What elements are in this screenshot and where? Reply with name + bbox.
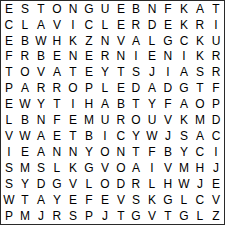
grid-cell[interactable]: M	[17, 208, 32, 224]
grid-cell[interactable]: G	[177, 208, 192, 224]
grid-cell[interactable]: E	[113, 1, 128, 17]
grid-cell[interactable]: T	[113, 208, 128, 224]
grid-cell[interactable]: L	[145, 176, 160, 192]
grid-cell[interactable]: F	[208, 81, 223, 97]
grid-cell[interactable]: A	[33, 192, 48, 208]
grid-cell[interactable]: R	[113, 113, 128, 129]
grid-cell[interactable]: S	[192, 65, 207, 81]
grid-cell[interactable]: V	[161, 160, 176, 176]
grid-cell[interactable]: J	[192, 176, 207, 192]
grid-cell[interactable]: N	[113, 144, 128, 160]
grid-cell[interactable]: O	[97, 144, 112, 160]
grid-cell[interactable]: M	[17, 160, 32, 176]
grid-cell[interactable]: Y	[33, 97, 48, 113]
grid-cell[interactable]: L	[145, 33, 160, 49]
grid-cell[interactable]: L	[81, 176, 96, 192]
grid-cell[interactable]: Z	[81, 33, 96, 49]
grid-cell[interactable]: J	[208, 160, 223, 176]
grid-cell[interactable]: F	[81, 192, 96, 208]
grid-cell[interactable]: W	[177, 176, 192, 192]
grid-cell[interactable]: W	[145, 128, 160, 144]
grid-cell[interactable]: B	[17, 33, 32, 49]
grid-cell[interactable]: K	[192, 49, 207, 65]
grid-cell[interactable]: K	[65, 160, 80, 176]
grid-cell[interactable]: M	[192, 113, 207, 129]
grid-cell[interactable]: V	[208, 192, 223, 208]
grid-cell[interactable]: W	[1, 192, 16, 208]
grid-cell[interactable]: G	[49, 176, 64, 192]
grid-cell[interactable]: E	[65, 192, 80, 208]
grid-cell[interactable]: L	[97, 17, 112, 33]
grid-cell[interactable]: W	[17, 128, 32, 144]
grid-cell[interactable]: A	[177, 65, 192, 81]
grid-cell[interactable]: N	[161, 49, 176, 65]
grid-cell[interactable]: N	[113, 49, 128, 65]
grid-cell[interactable]: T	[129, 144, 144, 160]
grid-cell[interactable]: U	[97, 113, 112, 129]
grid-cell[interactable]: U	[145, 113, 160, 129]
grid-cell[interactable]: R	[97, 49, 112, 65]
grid-cell[interactable]: R	[208, 49, 223, 65]
grid-cell[interactable]: J	[33, 208, 48, 224]
grid-cell[interactable]: A	[33, 128, 48, 144]
grid-cell[interactable]: T	[113, 65, 128, 81]
grid-cell[interactable]: L	[17, 17, 32, 33]
grid-cell[interactable]: P	[1, 81, 16, 97]
grid-cell[interactable]: C	[113, 128, 128, 144]
grid-cell[interactable]: T	[65, 128, 80, 144]
grid-cell[interactable]: P	[81, 208, 96, 224]
grid-cell[interactable]: P	[81, 81, 96, 97]
grid-cell[interactable]: S	[129, 192, 144, 208]
grid-cell[interactable]: U	[208, 33, 223, 49]
grid-cell[interactable]: E	[81, 65, 96, 81]
grid-cell[interactable]: N	[65, 1, 80, 17]
grid-cell[interactable]: S	[1, 176, 16, 192]
grid-cell[interactable]: C	[177, 33, 192, 49]
grid-cell[interactable]: T	[49, 97, 64, 113]
grid-cell[interactable]: A	[145, 81, 160, 97]
grid-cell[interactable]: E	[113, 17, 128, 33]
grid-cell[interactable]: B	[113, 97, 128, 113]
grid-cell[interactable]: E	[65, 113, 80, 129]
grid-cell[interactable]: O	[97, 176, 112, 192]
grid-cell[interactable]: C	[192, 192, 207, 208]
grid-cell[interactable]: E	[208, 176, 223, 192]
grid-cell[interactable]: O	[49, 1, 64, 17]
grid-cell[interactable]: R	[129, 17, 144, 33]
grid-cell[interactable]: E	[1, 1, 16, 17]
grid-cell[interactable]: G	[161, 192, 176, 208]
grid-cell[interactable]: L	[1, 113, 16, 129]
grid-cell[interactable]: S	[177, 128, 192, 144]
grid-cell[interactable]: G	[81, 1, 96, 17]
grid-cell[interactable]: I	[129, 49, 144, 65]
grid-cell[interactable]: K	[192, 33, 207, 49]
grid-cell[interactable]: S	[33, 160, 48, 176]
grid-cell[interactable]: B	[17, 113, 32, 129]
grid-cell[interactable]: E	[97, 192, 112, 208]
grid-cell[interactable]: T	[17, 192, 32, 208]
grid-cell[interactable]: D	[129, 81, 144, 97]
grid-cell[interactable]: C	[208, 128, 223, 144]
grid-cell[interactable]: R	[33, 81, 48, 97]
grid-cell[interactable]: F	[145, 144, 160, 160]
grid-cell[interactable]: A	[33, 144, 48, 160]
grid-cell[interactable]: E	[49, 128, 64, 144]
grid-cell[interactable]: O	[17, 65, 32, 81]
grid-cell[interactable]: I	[177, 49, 192, 65]
grid-cell[interactable]: E	[161, 17, 176, 33]
grid-cell[interactable]: Y	[49, 192, 64, 208]
grid-cell[interactable]: V	[113, 192, 128, 208]
grid-cell[interactable]: E	[81, 49, 96, 65]
grid-cell[interactable]: J	[97, 208, 112, 224]
grid-cell[interactable]: V	[49, 17, 64, 33]
grid-cell[interactable]: B	[161, 144, 176, 160]
grid-cell[interactable]: S	[1, 160, 16, 176]
grid-cell[interactable]: V	[161, 113, 176, 129]
grid-cell[interactable]: L	[49, 160, 64, 176]
grid-cell[interactable]: K	[145, 192, 160, 208]
grid-cell[interactable]: L	[192, 208, 207, 224]
grid-cell[interactable]: A	[49, 65, 64, 81]
grid-cell[interactable]: P	[1, 208, 16, 224]
grid-cell[interactable]: I	[161, 65, 176, 81]
grid-cell[interactable]: O	[192, 97, 207, 113]
grid-cell[interactable]: H	[49, 33, 64, 49]
grid-cell[interactable]: D	[145, 17, 160, 33]
grid-cell[interactable]: R	[129, 176, 144, 192]
grid-cell[interactable]: T	[161, 208, 176, 224]
grid-cell[interactable]: E	[145, 49, 160, 65]
grid-cell[interactable]: V	[1, 128, 16, 144]
grid-cell[interactable]: T	[1, 65, 16, 81]
grid-cell[interactable]: Y	[129, 128, 144, 144]
grid-cell[interactable]: Y	[17, 176, 32, 192]
grid-cell[interactable]: W	[17, 97, 32, 113]
grid-cell[interactable]: G	[129, 208, 144, 224]
grid-cell[interactable]: A	[192, 128, 207, 144]
grid-cell[interactable]: C	[1, 17, 16, 33]
grid-cell[interactable]: C	[81, 17, 96, 33]
grid-cell[interactable]: J	[145, 65, 160, 81]
grid-cell[interactable]: P	[208, 97, 223, 113]
grid-cell[interactable]: R	[192, 17, 207, 33]
grid-cell[interactable]: L	[177, 192, 192, 208]
grid-cell[interactable]: Y	[177, 144, 192, 160]
grid-cell[interactable]: V	[65, 176, 80, 192]
grid-cell[interactable]: R	[49, 81, 64, 97]
grid-cell[interactable]: D	[208, 113, 223, 129]
grid-cell[interactable]: D	[33, 176, 48, 192]
grid-cell[interactable]: I	[1, 144, 16, 160]
grid-cell[interactable]: N	[65, 49, 80, 65]
grid-cell[interactable]: T	[129, 97, 144, 113]
word-search-board: ESTONGUEBNFKATCLAVICLERDEKRIEBWHKZNVALGC…	[0, 0, 225, 225]
grid-cell[interactable]: Y	[97, 65, 112, 81]
grid-cell[interactable]: U	[97, 1, 112, 17]
grid-cell[interactable]: M	[177, 160, 192, 176]
grid-cell[interactable]: N	[65, 144, 80, 160]
grid-cell[interactable]: V	[97, 160, 112, 176]
grid-cell[interactable]: I	[208, 144, 223, 160]
grid-cell[interactable]: A	[97, 97, 112, 113]
grid-cell[interactable]: M	[81, 113, 96, 129]
grid-cell[interactable]: I	[65, 17, 80, 33]
grid-cell[interactable]: N	[97, 33, 112, 49]
grid-cell[interactable]: G	[81, 160, 96, 176]
grid-cell[interactable]: T	[208, 1, 223, 17]
grid-cell[interactable]: I	[65, 97, 80, 113]
grid-cell[interactable]: S	[65, 208, 80, 224]
grid-cell[interactable]: F	[1, 49, 16, 65]
grid-cell[interactable]: T	[192, 81, 207, 97]
grid-cell[interactable]: A	[129, 33, 144, 49]
grid-cell[interactable]: K	[177, 1, 192, 17]
grid-cell[interactable]: C	[192, 144, 207, 160]
grid-cell[interactable]: A	[17, 81, 32, 97]
grid-cell[interactable]: K	[65, 33, 80, 49]
grid-cell[interactable]: N	[145, 1, 160, 17]
grid-cell[interactable]: D	[161, 81, 176, 97]
grid-cell[interactable]: N	[49, 144, 64, 160]
grid-cell[interactable]: B	[81, 128, 96, 144]
grid-cell[interactable]: K	[177, 17, 192, 33]
grid-cell[interactable]: O	[129, 113, 144, 129]
grid-cell[interactable]: E	[1, 33, 16, 49]
grid-cell[interactable]: V	[145, 208, 160, 224]
grid-cell[interactable]: D	[113, 176, 128, 192]
grid-cell[interactable]: I	[97, 128, 112, 144]
grid-cell[interactable]: S	[129, 65, 144, 81]
grid-cell[interactable]: O	[113, 160, 128, 176]
grid-cell[interactable]: B	[129, 1, 144, 17]
grid-cell[interactable]: H	[192, 160, 207, 176]
grid-cell[interactable]: T	[65, 65, 80, 81]
grid-cell[interactable]: B	[33, 49, 48, 65]
grid-cell[interactable]: S	[17, 1, 32, 17]
grid-cell[interactable]: E	[1, 97, 16, 113]
grid-cell[interactable]: H	[81, 97, 96, 113]
grid-cell[interactable]: F	[49, 113, 64, 129]
grid-cell[interactable]: T	[33, 1, 48, 17]
grid-cell[interactable]: G	[161, 33, 176, 49]
grid-cell[interactable]: A	[192, 1, 207, 17]
grid-cell[interactable]: F	[161, 1, 176, 17]
grid-cell[interactable]: I	[145, 160, 160, 176]
grid-cell[interactable]: E	[17, 144, 32, 160]
grid-cell[interactable]: R	[208, 65, 223, 81]
grid-cell[interactable]: W	[33, 33, 48, 49]
grid-cell[interactable]: Z	[208, 208, 223, 224]
grid-cell[interactable]: H	[161, 176, 176, 192]
grid-cell[interactable]: R	[17, 49, 32, 65]
grid-cell[interactable]: I	[208, 17, 223, 33]
grid-cell[interactable]: J	[161, 128, 176, 144]
grid-cell[interactable]: G	[177, 81, 192, 97]
grid-cell[interactable]: E	[113, 81, 128, 97]
grid-cell[interactable]: A	[177, 97, 192, 113]
grid-cell[interactable]: A	[129, 160, 144, 176]
grid-cell[interactable]: R	[49, 208, 64, 224]
grid-cell[interactable]: K	[177, 113, 192, 129]
grid-cell[interactable]: Y	[145, 97, 160, 113]
grid-cell[interactable]: L	[97, 81, 112, 97]
grid-cell[interactable]: F	[161, 97, 176, 113]
grid-cell[interactable]: O	[65, 81, 80, 97]
grid-cell[interactable]: N	[33, 113, 48, 129]
grid-cell[interactable]: V	[113, 33, 128, 49]
grid-cell[interactable]: A	[33, 17, 48, 33]
grid-cell[interactable]: V	[33, 65, 48, 81]
grid-cell[interactable]: Y	[81, 144, 96, 160]
grid-cell[interactable]: E	[49, 49, 64, 65]
